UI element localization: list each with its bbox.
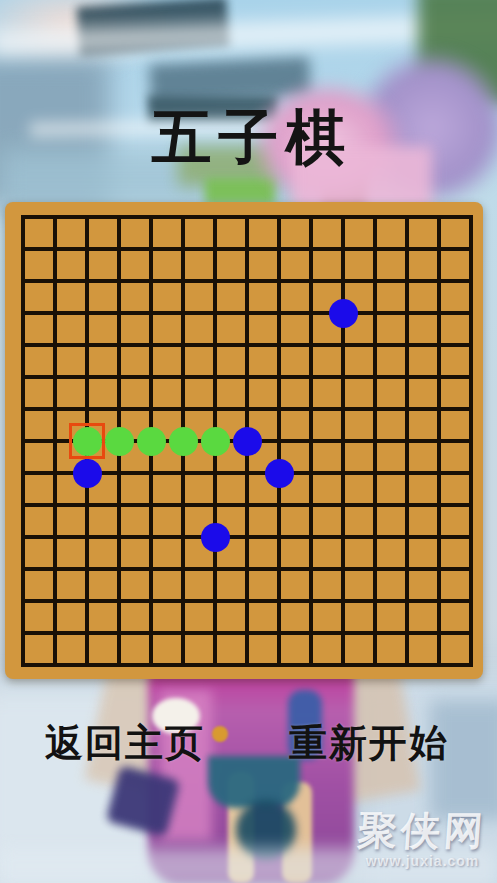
- bg-pink-cloud: [0, 0, 180, 70]
- bg-character-leg: [228, 772, 254, 883]
- last-move-highlight: [69, 423, 105, 459]
- bg-cloud: [0, 685, 165, 883]
- stone-green: [105, 427, 134, 456]
- bg-bush: [205, 178, 275, 204]
- watermark-site: 聚侠网: [357, 810, 489, 853]
- bg-character-skirt: [236, 800, 296, 860]
- bg-rock: [149, 56, 311, 104]
- gomoku-board: [5, 202, 483, 679]
- stone-green: [169, 427, 198, 456]
- bg-character-skirt: [208, 756, 300, 808]
- bg-character-bell: [212, 726, 228, 742]
- stone-green: [137, 427, 166, 456]
- bg-character-robe: [160, 690, 212, 840]
- stone-blue: [201, 523, 230, 552]
- bg-cloud: [0, 13, 497, 57]
- watermark-url: www.juxia.com: [358, 853, 487, 869]
- watermark: 聚侠网 www.juxia.com: [358, 810, 487, 869]
- board-grid[interactable]: [21, 215, 473, 667]
- bg-character-bow: [106, 765, 181, 837]
- bg-foliage: [418, 0, 497, 105]
- stone-blue: [265, 459, 294, 488]
- bg-character-robe: [148, 668, 354, 883]
- stone-blue: [329, 299, 358, 328]
- stone-blue: [233, 427, 262, 456]
- page-title: 五子棋: [0, 98, 497, 179]
- gomoku-screen: 五子棋 返回主页 重新开始 聚侠网 www.juxia.com: [0, 0, 497, 883]
- stone-blue: [73, 459, 102, 488]
- stone-green: [201, 427, 230, 456]
- restart-button[interactable]: 重新开始: [289, 724, 449, 762]
- bg-character-leg: [282, 782, 312, 883]
- bg-rock: [77, 0, 230, 55]
- home-button[interactable]: 返回主页: [45, 724, 205, 762]
